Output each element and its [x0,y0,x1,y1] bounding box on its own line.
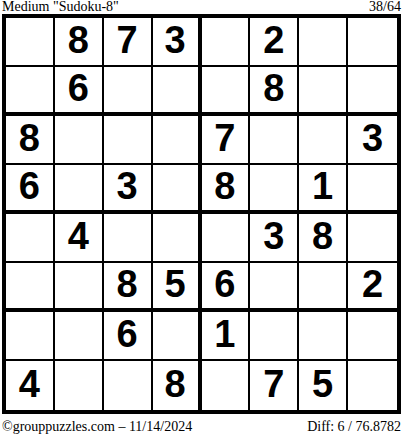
cell-r8c3[interactable] [104,361,153,410]
given-digit: 8 [68,21,89,59]
given-digit: 8 [19,119,40,157]
cell-r6c8: 2 [348,263,397,312]
cell-r7c3: 6 [104,312,153,361]
given-digit: 5 [312,365,333,403]
cell-r1c5[interactable] [202,18,251,67]
cell-r8c5[interactable] [202,361,251,410]
cell-r5c4[interactable] [153,214,202,263]
given-digit: 3 [263,217,284,255]
cell-r3c6[interactable] [250,116,299,165]
cell-r4c5: 8 [202,165,251,214]
cell-r7c2[interactable] [55,312,104,361]
given-digit: 4 [68,217,89,255]
cell-r4c4[interactable] [153,165,202,214]
cell-r2c6: 8 [250,67,299,116]
puzzle-counter: 38/64 [369,0,401,14]
given-digit: 2 [263,21,284,59]
cell-r4c7: 1 [299,165,348,214]
cell-r5c3[interactable] [104,214,153,263]
cell-r7c5: 1 [202,312,251,361]
cell-r7c8[interactable] [348,312,397,361]
cell-r1c8[interactable] [348,18,397,67]
given-digit: 8 [164,365,185,403]
given-digit: 6 [19,167,40,205]
cell-r8c1: 4 [6,361,55,410]
cell-r2c4[interactable] [153,67,202,116]
puzzle-title: Medium "Sudoku-8" [2,0,119,14]
cell-r3c5: 7 [202,116,251,165]
given-digit: 7 [263,365,284,403]
cell-r6c3: 8 [104,263,153,312]
given-digit: 4 [19,365,40,403]
given-digit: 1 [214,315,235,353]
cell-r8c2[interactable] [55,361,104,410]
cell-r4c1: 6 [6,165,55,214]
cell-r7c6[interactable] [250,312,299,361]
cell-r3c7[interactable] [299,116,348,165]
cell-r6c7[interactable] [299,263,348,312]
cell-r5c8[interactable] [348,214,397,263]
given-digit: 5 [164,265,185,303]
cell-r5c1[interactable] [6,214,55,263]
given-digit: 8 [214,167,235,205]
cell-r1c6: 2 [250,18,299,67]
cell-r2c7[interactable] [299,67,348,116]
cell-r2c5[interactable] [202,67,251,116]
cell-r3c8: 3 [348,116,397,165]
cell-r1c1[interactable] [6,18,55,67]
cell-r8c7: 5 [299,361,348,410]
given-digit: 8 [263,69,284,107]
cell-r4c8[interactable] [348,165,397,214]
given-digit: 7 [214,119,235,157]
given-digit: 3 [117,167,138,205]
cell-r7c4[interactable] [153,312,202,361]
cell-r5c5[interactable] [202,214,251,263]
cell-r2c8[interactable] [348,67,397,116]
sudoku-grid: 87326887363814388562614875 [2,14,401,414]
given-digit: 3 [164,21,185,59]
cell-r1c4: 3 [153,18,202,67]
cell-r5c6: 3 [250,214,299,263]
given-digit: 7 [117,21,138,59]
cell-r2c3[interactable] [104,67,153,116]
cell-r1c7[interactable] [299,18,348,67]
cell-r8c4: 8 [153,361,202,410]
given-digit: 1 [312,167,333,205]
cell-r2c2: 6 [55,67,104,116]
cell-r7c7[interactable] [299,312,348,361]
given-digit: 8 [312,217,333,255]
given-digit: 2 [362,265,383,303]
cell-r3c1: 8 [6,116,55,165]
cell-r3c2[interactable] [55,116,104,165]
cell-r6c2[interactable] [55,263,104,312]
cell-r1c2: 8 [55,18,104,67]
cell-r6c1[interactable] [6,263,55,312]
cell-r5c2: 4 [55,214,104,263]
cell-r3c4[interactable] [153,116,202,165]
cell-r4c3: 3 [104,165,153,214]
cell-r2c1[interactable] [6,67,55,116]
cell-r1c3: 7 [104,18,153,67]
cell-r4c6[interactable] [250,165,299,214]
given-digit: 6 [68,69,89,107]
cell-r5c7: 8 [299,214,348,263]
cell-r8c8[interactable] [348,361,397,410]
given-digit: 6 [214,265,235,303]
cell-r8c6: 7 [250,361,299,410]
cell-r6c4: 5 [153,263,202,312]
cell-r6c6[interactable] [250,263,299,312]
given-digit: 3 [362,119,383,157]
cell-r6c5: 6 [202,263,251,312]
given-digit: 6 [117,315,138,353]
footer-difficulty: Diff: 6 / 76.8782 [307,419,401,435]
cell-r7c1[interactable] [6,312,55,361]
given-digit: 8 [117,265,138,303]
cell-r4c2[interactable] [55,165,104,214]
footer-credit: ©grouppuzzles.com – 11/14/2024 [2,419,192,435]
cell-r3c3[interactable] [104,116,153,165]
